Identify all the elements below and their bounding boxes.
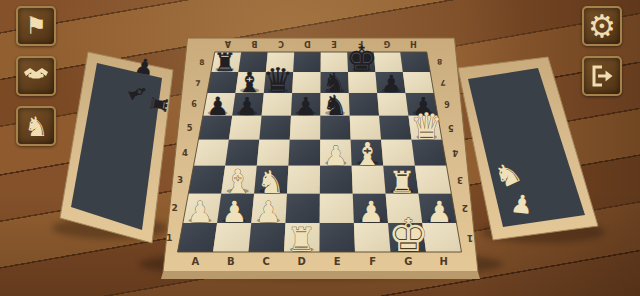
rank-label-left: 6 [191, 100, 197, 109]
square-d4[interactable] [288, 140, 320, 166]
piece-white-rook-d1[interactable]: ♜ [287, 221, 316, 259]
captured-white-pawn: ♟ [509, 189, 534, 220]
file-label-bottom: H [440, 256, 448, 267]
square-d3[interactable] [287, 166, 320, 194]
rank-label-left: 5 [187, 123, 193, 133]
flag-icon: ⚑ [25, 14, 47, 38]
knight-icon: ♞ [24, 113, 48, 140]
file-label-top: G [384, 39, 391, 48]
hint-knight-button[interactable]: ♞ [16, 106, 56, 146]
rank-label-left: 4 [182, 148, 188, 158]
square-e1[interactable] [320, 223, 356, 252]
rank-label-left: 2 [172, 203, 178, 213]
piece-white-pawn-a2[interactable]: ♟ [187, 195, 213, 229]
rank-label-right: 7 [440, 78, 445, 87]
piece-white-pawn-f2[interactable]: ♟ [358, 195, 384, 229]
piece-black-queen-c7[interactable]: ♛ [263, 60, 293, 100]
file-label-bottom: E [334, 256, 341, 267]
rank-label-left: 8 [199, 58, 204, 67]
piece-black-knight-e6[interactable]: ♞ [323, 89, 348, 122]
handshake-icon [23, 63, 49, 89]
rank-label-right: 5 [448, 123, 454, 133]
piece-white-pawn-b2[interactable]: ♟ [221, 195, 247, 229]
piece-white-rook-g3[interactable]: ♜ [388, 165, 415, 200]
square-g8[interactable] [374, 52, 403, 72]
exit-arrow-icon [589, 63, 615, 89]
square-d8[interactable] [293, 52, 321, 72]
file-label-top: A [224, 39, 231, 48]
board-and-trays-canvas: AABBCCDDEEFFGGHH1122334455667788♟♝♜♞♟♜♚♝… [0, 0, 640, 296]
rank-label-right: 4 [452, 148, 458, 158]
rank-label-left: 7 [195, 79, 200, 88]
board-front-edge [161, 272, 480, 279]
draw-offer-button[interactable] [16, 56, 56, 96]
square-a3[interactable] [188, 166, 225, 194]
square-d7[interactable] [292, 72, 320, 93]
file-label-top: E [331, 39, 336, 48]
rank-label-right: 6 [444, 99, 450, 108]
rank-label-left: 3 [177, 175, 183, 185]
chess-app-screen: { "game": "chess", "position": { "fen": … [0, 0, 640, 296]
square-f6[interactable] [349, 93, 379, 116]
rank-label-left: 1 [166, 232, 173, 243]
square-c5[interactable] [259, 116, 291, 140]
settings-button[interactable]: ⚙ [582, 6, 622, 46]
piece-black-pawn-d6[interactable]: ♟ [294, 92, 316, 121]
rank-label-right: 2 [462, 203, 468, 213]
piece-black-rook-a8[interactable]: ♜ [213, 48, 236, 77]
piece-black-pawn-b6[interactable]: ♟ [236, 92, 258, 121]
square-c4[interactable] [257, 140, 290, 166]
piece-white-queen-h5[interactable]: ♛ [410, 105, 443, 148]
piece-white-pawn-e4[interactable]: ♟ [324, 140, 348, 171]
square-g5[interactable] [379, 116, 411, 140]
piece-white-bishop-f4[interactable]: ♝ [353, 136, 381, 172]
square-e2[interactable] [320, 194, 354, 224]
exit-button[interactable] [582, 56, 622, 96]
piece-white-king-g1[interactable]: ♚ [388, 209, 429, 262]
file-label-top: C [278, 39, 284, 48]
square-h8[interactable] [400, 52, 430, 72]
file-label-bottom: C [263, 256, 270, 267]
square-h3[interactable] [415, 166, 451, 194]
piece-white-pawn-c2[interactable]: ♟ [255, 195, 281, 229]
piece-black-king-f8[interactable]: ♚ [346, 38, 377, 79]
file-label-top: H [410, 39, 417, 48]
file-label-top: D [304, 39, 311, 48]
rank-label-right: 3 [457, 175, 463, 185]
rank-label-right: 8 [437, 57, 442, 66]
file-label-bottom: F [369, 256, 376, 267]
square-h7[interactable] [403, 72, 434, 93]
file-label-bottom: A [191, 256, 199, 267]
piece-black-pawn-g7[interactable]: ♟ [381, 70, 403, 98]
file-label-top: B [251, 39, 257, 48]
gear-icon: ⚙ [588, 11, 616, 42]
piece-white-pawn-h2[interactable]: ♟ [426, 195, 452, 229]
rank-label-right: 1 [467, 233, 474, 244]
piece-black-pawn-a6[interactable]: ♟ [206, 92, 228, 121]
square-d2[interactable] [285, 194, 319, 224]
resign-flag-button[interactable]: ⚑ [16, 6, 56, 46]
file-label-bottom: B [227, 256, 235, 267]
